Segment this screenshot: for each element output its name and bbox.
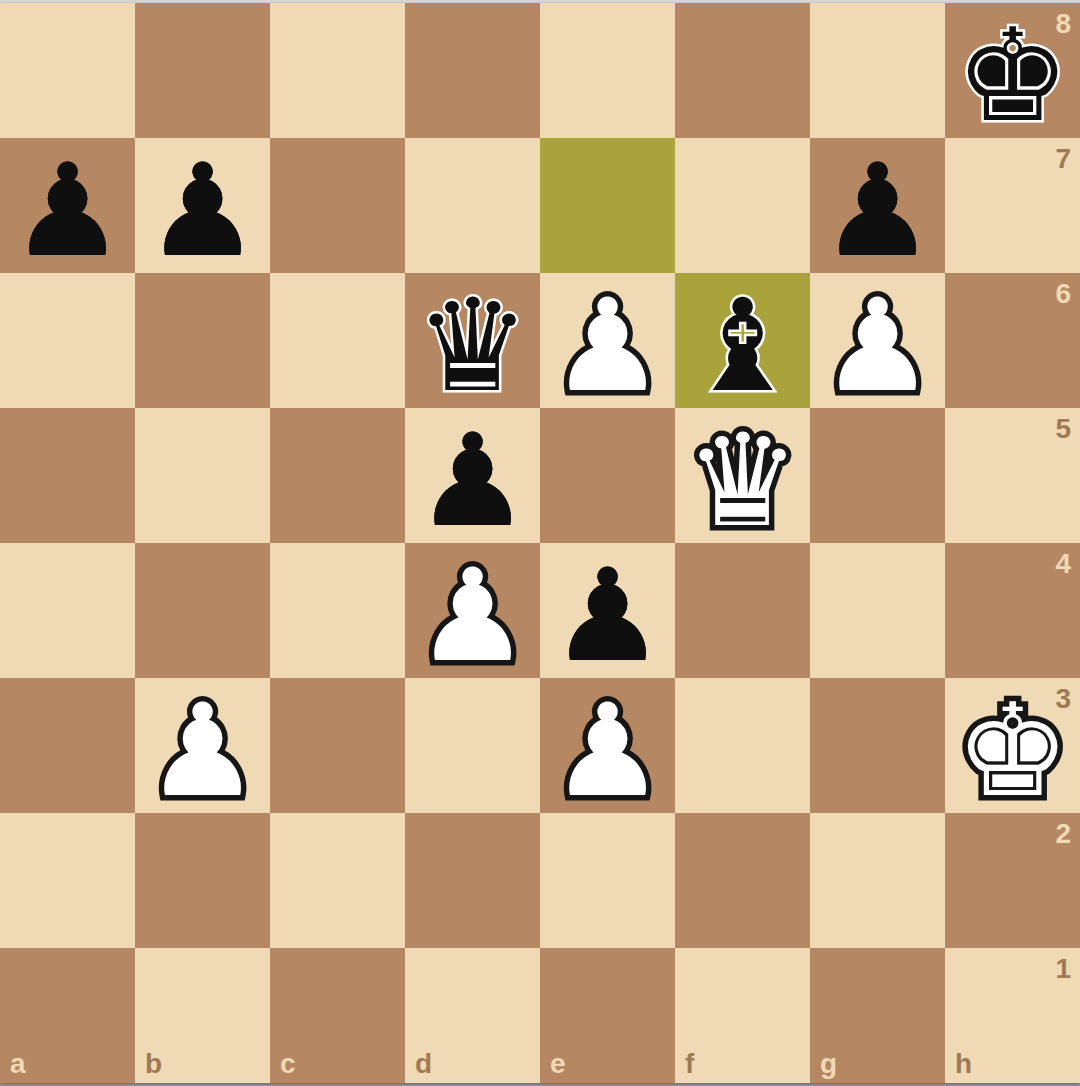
rank-label-5: 5 [1055,415,1071,443]
square-e5[interactable] [540,408,675,543]
square-c5[interactable] [270,408,405,543]
file-label-e: e [550,1050,566,1078]
square-h8[interactable]: 8♚♚ [945,3,1080,138]
square-h4[interactable]: 4 [945,543,1080,678]
chess-board: 8♚♚♟♟♟♟♟♟7♛♛♟♟♝♝♟♟6♟♟♛♛5♟♟♟♟4♟♟♟♟3♚♚2abc… [0,3,1080,1083]
white-pawn[interactable]: ♟♟ [405,543,540,678]
square-g7[interactable]: ♟♟ [810,138,945,273]
file-label-f: f [685,1050,694,1078]
square-e3[interactable]: ♟♟ [540,678,675,813]
square-b2[interactable] [135,813,270,948]
square-a7[interactable]: ♟♟ [0,138,135,273]
square-h2[interactable]: 2 [945,813,1080,948]
file-label-h: h [955,1050,972,1078]
square-d7[interactable] [405,138,540,273]
black-queen[interactable]: ♛♛ [405,273,540,408]
white-pawn-glyph: ♟ [540,678,675,813]
black-king-glyph: ♚ [945,3,1080,138]
square-c7[interactable] [270,138,405,273]
rank-label-4: 4 [1055,550,1071,578]
square-c4[interactable] [270,543,405,678]
white-pawn[interactable]: ♟♟ [810,273,945,408]
rank-label-6: 6 [1055,280,1071,308]
square-d6[interactable]: ♛♛ [405,273,540,408]
square-c2[interactable] [270,813,405,948]
black-bishop[interactable]: ♝♝ [675,273,810,408]
square-e4[interactable]: ♟♟ [540,543,675,678]
square-h3[interactable]: 3♚♚ [945,678,1080,813]
square-a3[interactable] [0,678,135,813]
black-pawn-glyph: ♟ [405,408,540,543]
square-g8[interactable] [810,3,945,138]
white-king-glyph: ♚ [945,678,1080,813]
square-d8[interactable] [405,3,540,138]
square-g6[interactable]: ♟♟ [810,273,945,408]
black-pawn[interactable]: ♟♟ [135,138,270,273]
square-e7[interactable] [540,138,675,273]
square-h1[interactable]: 1h [945,948,1080,1083]
square-h7[interactable]: 7 [945,138,1080,273]
file-label-d: d [415,1050,432,1078]
black-pawn-glyph: ♟ [0,138,135,273]
square-g2[interactable] [810,813,945,948]
square-f4[interactable] [675,543,810,678]
square-e1[interactable]: e [540,948,675,1083]
square-a8[interactable] [0,3,135,138]
white-queen-glyph: ♛ [675,408,810,543]
black-bishop-glyph: ♝ [675,273,810,408]
square-b8[interactable] [135,3,270,138]
black-king[interactable]: ♚♚ [945,3,1080,138]
square-h6[interactable]: 6 [945,273,1080,408]
square-a4[interactable] [0,543,135,678]
black-pawn[interactable]: ♟♟ [0,138,135,273]
white-pawn-glyph: ♟ [405,543,540,678]
white-pawn-glyph: ♟ [810,273,945,408]
square-e8[interactable] [540,3,675,138]
black-pawn-glyph: ♟ [540,543,675,678]
square-f2[interactable] [675,813,810,948]
square-h5[interactable]: 5 [945,408,1080,543]
black-pawn-glyph: ♟ [810,138,945,273]
square-e2[interactable] [540,813,675,948]
square-b6[interactable] [135,273,270,408]
square-e6[interactable]: ♟♟ [540,273,675,408]
square-d3[interactable] [405,678,540,813]
square-d1[interactable]: d [405,948,540,1083]
square-f8[interactable] [675,3,810,138]
square-a6[interactable] [0,273,135,408]
square-a1[interactable]: a [0,948,135,1083]
square-a2[interactable] [0,813,135,948]
square-f7[interactable] [675,138,810,273]
square-b3[interactable]: ♟♟ [135,678,270,813]
square-d4[interactable]: ♟♟ [405,543,540,678]
square-a5[interactable] [0,408,135,543]
black-pawn[interactable]: ♟♟ [405,408,540,543]
square-d5[interactable]: ♟♟ [405,408,540,543]
white-pawn[interactable]: ♟♟ [540,273,675,408]
square-c8[interactable] [270,3,405,138]
square-f6[interactable]: ♝♝ [675,273,810,408]
square-f3[interactable] [675,678,810,813]
white-pawn-glyph: ♟ [135,678,270,813]
file-label-b: b [145,1050,162,1078]
file-label-g: g [820,1050,837,1078]
square-c3[interactable] [270,678,405,813]
square-f1[interactable]: f [675,948,810,1083]
black-pawn[interactable]: ♟♟ [810,138,945,273]
square-g1[interactable]: g [810,948,945,1083]
square-g5[interactable] [810,408,945,543]
white-pawn[interactable]: ♟♟ [135,678,270,813]
white-king[interactable]: ♚♚ [945,678,1080,813]
white-pawn[interactable]: ♟♟ [540,678,675,813]
square-b4[interactable] [135,543,270,678]
square-b7[interactable]: ♟♟ [135,138,270,273]
square-c6[interactable] [270,273,405,408]
white-queen[interactable]: ♛♛ [675,408,810,543]
square-g4[interactable] [810,543,945,678]
file-label-c: c [280,1050,296,1078]
white-pawn-glyph: ♟ [540,273,675,408]
rank-label-2: 2 [1055,820,1071,848]
black-pawn-glyph: ♟ [135,138,270,273]
square-b5[interactable] [135,408,270,543]
rank-label-7: 7 [1055,145,1071,173]
black-queen-glyph: ♛ [405,273,540,408]
square-d2[interactable] [405,813,540,948]
file-label-a: a [10,1050,26,1078]
page: 8♚♚♟♟♟♟♟♟7♛♛♟♟♝♝♟♟6♟♟♛♛5♟♟♟♟4♟♟♟♟3♚♚2abc… [0,0,1080,1086]
rank-label-1: 1 [1055,955,1071,983]
square-g3[interactable] [810,678,945,813]
square-b1[interactable]: b [135,948,270,1083]
black-pawn[interactable]: ♟♟ [540,543,675,678]
square-c1[interactable]: c [270,948,405,1083]
square-f5[interactable]: ♛♛ [675,408,810,543]
